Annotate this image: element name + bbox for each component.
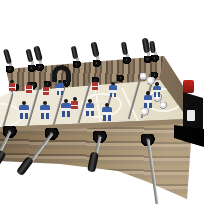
player-leg (103, 115, 106, 121)
player-legs (26, 93, 33, 98)
player-leg (91, 111, 94, 116)
far-rod-grip-7 (149, 40, 156, 53)
far-wall-bumper-5 (117, 75, 124, 82)
player-blue-7 (18, 101, 30, 120)
far-rod-bearing-7 (151, 55, 159, 62)
player-legs (20, 113, 28, 119)
ball-return-label (187, 110, 195, 121)
player-blue-8 (39, 101, 51, 120)
player-torso (109, 85, 117, 92)
far-rod-grip-6 (141, 38, 149, 54)
player-legs (43, 95, 50, 100)
score-marker-red (183, 80, 194, 93)
player-blue-13 (152, 82, 161, 97)
player-blue-6 (108, 82, 118, 98)
player-leg (47, 95, 49, 100)
player-leg (149, 103, 151, 108)
player-leg (86, 111, 89, 116)
player-leg (20, 113, 23, 119)
far-rod-bearing-4 (93, 60, 101, 67)
foosball-table-photo (0, 0, 204, 204)
player-leg (41, 113, 44, 119)
player-torso (102, 107, 111, 115)
player-legs (144, 103, 151, 108)
player-leg (25, 113, 28, 119)
player-legs (86, 111, 94, 116)
white-bumper-4 (160, 102, 167, 109)
player-leg (57, 91, 59, 96)
far-rod-grip-0 (3, 48, 12, 64)
player-leg (30, 93, 32, 98)
player-leg (67, 111, 70, 117)
player-torso (153, 86, 160, 93)
player-leg (43, 95, 45, 100)
player-torso (40, 105, 49, 113)
player-red-2 (41, 84, 51, 100)
player-torso (8, 83, 16, 90)
player-blue-9 (60, 99, 72, 118)
player-leg (108, 115, 111, 121)
far-rod-grip-4 (90, 42, 99, 58)
player-leg (62, 111, 65, 117)
player-legs (62, 111, 70, 117)
far-rod-bearing-2 (36, 64, 44, 71)
player-legs (71, 109, 79, 115)
white-bumper-0 (140, 73, 147, 80)
far-rod-grip-1 (26, 49, 34, 63)
far-rod-bearing-1 (28, 65, 36, 72)
player-blue-11 (101, 103, 113, 122)
player-legs (103, 115, 111, 121)
player-legs (41, 113, 49, 119)
far-rod-grip-5 (121, 41, 128, 55)
white-bumper-2 (141, 108, 149, 116)
player-leg (13, 91, 15, 96)
far-rod-bearing-3 (73, 61, 81, 68)
player-torso (61, 103, 70, 111)
player-leg (9, 91, 11, 96)
player-leg (114, 93, 116, 98)
player-legs (9, 91, 16, 96)
player-leg (61, 91, 63, 96)
player-leg (144, 103, 146, 108)
player-torso (91, 82, 99, 89)
far-rod-bearing-5 (123, 57, 131, 64)
player-leg (110, 93, 112, 98)
player-red-3 (90, 79, 100, 95)
player-red-0 (7, 80, 17, 96)
player-leg (154, 92, 156, 97)
player-leg (96, 90, 98, 95)
far-rod-bearing-0 (6, 66, 14, 73)
player-torso (144, 95, 152, 103)
player-legs (92, 90, 99, 95)
player-leg (158, 92, 160, 97)
player-legs (154, 92, 161, 97)
player-torso (42, 87, 50, 94)
player-blue-5 (55, 80, 65, 96)
far-rod-grip-2 (33, 46, 42, 62)
player-red-1 (24, 82, 34, 98)
player-torso (86, 103, 95, 111)
player-leg (76, 109, 79, 115)
player-legs (110, 93, 117, 98)
player-leg (26, 93, 28, 98)
player-leg (92, 90, 94, 95)
player-torso (25, 85, 33, 92)
player-torso (56, 83, 64, 90)
player-leg (46, 113, 49, 119)
player-legs (57, 91, 64, 96)
far-rod-grip-3 (71, 45, 79, 59)
player-torso (19, 105, 28, 113)
player-blue-10 (85, 99, 96, 117)
